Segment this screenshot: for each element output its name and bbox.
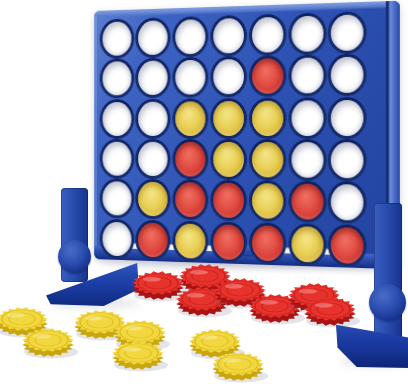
loose-discs-layer <box>0 0 408 384</box>
scene <box>0 0 408 384</box>
loose-disc-red[interactable] <box>304 297 360 327</box>
loose-disc-yellow[interactable] <box>22 328 78 358</box>
loose-disc-red[interactable] <box>132 271 188 301</box>
loose-disc-yellow[interactable] <box>212 352 268 382</box>
